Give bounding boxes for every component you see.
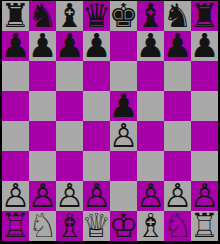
- black-pawn-icon: ♟: [56, 31, 83, 61]
- square-a6[interactable]: [2, 61, 29, 91]
- square-g1[interactable]: ♘: [164, 211, 191, 241]
- square-a4[interactable]: [2, 121, 29, 151]
- square-a5[interactable]: [2, 91, 29, 121]
- black-pawn-icon: ♟: [29, 31, 56, 61]
- chessboard: ♜♞♝♛♚♝♞♜♟♟♟♟♟♟♟♟♙♙♙♙♙♙♙♙♖♘♗♕♔♗♘♖: [2, 1, 218, 241]
- square-c4[interactable]: [56, 121, 83, 151]
- white-knight-icon: ♘: [29, 211, 56, 241]
- white-bishop-icon: ♗: [56, 211, 83, 241]
- square-e3[interactable]: [110, 151, 137, 181]
- black-bishop-icon: ♝: [56, 1, 83, 31]
- square-f6[interactable]: [137, 61, 164, 91]
- black-knight-icon: ♞: [164, 1, 191, 31]
- square-e2[interactable]: [110, 181, 137, 211]
- square-h4[interactable]: [191, 121, 218, 151]
- square-h7[interactable]: ♟: [191, 31, 218, 61]
- black-pawn-icon: ♟: [83, 31, 110, 61]
- square-c8[interactable]: ♝: [56, 1, 83, 31]
- square-d7[interactable]: ♟: [83, 31, 110, 61]
- square-g7[interactable]: ♟: [164, 31, 191, 61]
- white-rook-icon: ♖: [191, 211, 218, 241]
- white-queen-icon: ♕: [83, 211, 110, 241]
- square-a2[interactable]: ♙: [2, 181, 29, 211]
- square-b3[interactable]: [29, 151, 56, 181]
- white-pawn-icon: ♙: [191, 181, 218, 211]
- square-b5[interactable]: [29, 91, 56, 121]
- square-e5[interactable]: ♟: [110, 91, 137, 121]
- square-e4[interactable]: ♙: [110, 121, 137, 151]
- square-f4[interactable]: [137, 121, 164, 151]
- square-d4[interactable]: [83, 121, 110, 151]
- square-f1[interactable]: ♗: [137, 211, 164, 241]
- square-g4[interactable]: [164, 121, 191, 151]
- square-c2[interactable]: ♙: [56, 181, 83, 211]
- white-bishop-icon: ♗: [137, 211, 164, 241]
- black-pawn-icon: ♟: [110, 91, 137, 121]
- square-g5[interactable]: [164, 91, 191, 121]
- square-b7[interactable]: ♟: [29, 31, 56, 61]
- square-b1[interactable]: ♘: [29, 211, 56, 241]
- black-pawn-icon: ♟: [191, 31, 218, 61]
- square-c7[interactable]: ♟: [56, 31, 83, 61]
- square-h5[interactable]: [191, 91, 218, 121]
- square-c1[interactable]: ♗: [56, 211, 83, 241]
- square-b8[interactable]: ♞: [29, 1, 56, 31]
- white-rook-icon: ♖: [2, 211, 29, 241]
- white-pawn-icon: ♙: [137, 181, 164, 211]
- white-pawn-icon: ♙: [56, 181, 83, 211]
- black-king-icon: ♚: [110, 1, 137, 31]
- square-b2[interactable]: ♙: [29, 181, 56, 211]
- white-pawn-icon: ♙: [29, 181, 56, 211]
- square-e7[interactable]: [110, 31, 137, 61]
- square-h8[interactable]: ♜: [191, 1, 218, 31]
- square-d6[interactable]: [83, 61, 110, 91]
- square-h6[interactable]: [191, 61, 218, 91]
- white-pawn-icon: ♙: [83, 181, 110, 211]
- square-h2[interactable]: ♙: [191, 181, 218, 211]
- square-h3[interactable]: [191, 151, 218, 181]
- chess-app: { "game": "chess", "position": { "fen": …: [0, 0, 220, 244]
- square-b6[interactable]: [29, 61, 56, 91]
- square-d8[interactable]: ♛: [83, 1, 110, 31]
- black-bishop-icon: ♝: [137, 1, 164, 31]
- square-a1[interactable]: ♖: [2, 211, 29, 241]
- square-a7[interactable]: ♟: [2, 31, 29, 61]
- white-pawn-icon: ♙: [2, 181, 29, 211]
- square-g2[interactable]: ♙: [164, 181, 191, 211]
- square-b4[interactable]: [29, 121, 56, 151]
- square-g3[interactable]: [164, 151, 191, 181]
- white-knight-icon: ♘: [164, 211, 191, 241]
- white-king-icon: ♔: [110, 211, 137, 241]
- square-c3[interactable]: [56, 151, 83, 181]
- square-f5[interactable]: [137, 91, 164, 121]
- square-d2[interactable]: ♙: [83, 181, 110, 211]
- square-g6[interactable]: [164, 61, 191, 91]
- square-d5[interactable]: [83, 91, 110, 121]
- square-f3[interactable]: [137, 151, 164, 181]
- square-h1[interactable]: ♖: [191, 211, 218, 241]
- square-e8[interactable]: ♚: [110, 1, 137, 31]
- black-rook-icon: ♜: [2, 1, 29, 31]
- square-c5[interactable]: [56, 91, 83, 121]
- square-f7[interactable]: ♟: [137, 31, 164, 61]
- black-pawn-icon: ♟: [137, 31, 164, 61]
- black-pawn-icon: ♟: [2, 31, 29, 61]
- black-queen-icon: ♛: [83, 1, 110, 31]
- square-g8[interactable]: ♞: [164, 1, 191, 31]
- square-c6[interactable]: [56, 61, 83, 91]
- white-pawn-icon: ♙: [110, 121, 137, 151]
- square-f8[interactable]: ♝: [137, 1, 164, 31]
- square-e1[interactable]: ♔: [110, 211, 137, 241]
- black-rook-icon: ♜: [191, 1, 218, 31]
- square-e6[interactable]: [110, 61, 137, 91]
- square-f2[interactable]: ♙: [137, 181, 164, 211]
- square-a3[interactable]: [2, 151, 29, 181]
- square-d1[interactable]: ♕: [83, 211, 110, 241]
- square-a8[interactable]: ♜: [2, 1, 29, 31]
- black-pawn-icon: ♟: [164, 31, 191, 61]
- square-d3[interactable]: [83, 151, 110, 181]
- white-pawn-icon: ♙: [164, 181, 191, 211]
- black-knight-icon: ♞: [29, 1, 56, 31]
